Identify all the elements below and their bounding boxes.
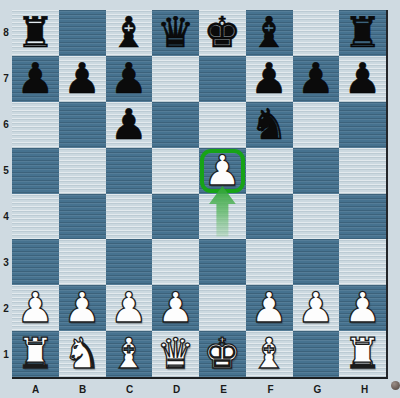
square-h1[interactable]: ♜ [339, 331, 386, 377]
square-c8[interactable]: ♝ [106, 10, 153, 56]
square-g2[interactable]: ♟ [293, 285, 340, 331]
square-a2[interactable]: ♟ [12, 285, 59, 331]
square-a4[interactable] [12, 194, 59, 240]
black-queen-d8[interactable]: ♛ [157, 12, 195, 54]
file-label-d: D [153, 381, 200, 397]
square-c7[interactable]: ♟ [106, 56, 153, 102]
square-d1[interactable]: ♛ [152, 331, 199, 377]
white-pawn-a2[interactable]: ♟ [17, 287, 55, 329]
square-a8[interactable]: ♜ [12, 10, 59, 56]
rank-labels: 87654321 [0, 10, 12, 377]
square-f2[interactable]: ♟ [246, 285, 293, 331]
square-c5[interactable] [106, 148, 153, 194]
square-c2[interactable]: ♟ [106, 285, 153, 331]
black-pawn-b7[interactable]: ♟ [63, 58, 101, 100]
square-b4[interactable] [59, 194, 106, 240]
square-e2[interactable] [199, 285, 246, 331]
white-pawn-d2[interactable]: ♟ [157, 287, 195, 329]
square-b1[interactable]: ♞ [59, 331, 106, 377]
square-e7[interactable] [199, 56, 246, 102]
square-e5[interactable]: ♟ [199, 148, 246, 194]
square-b3[interactable] [59, 239, 106, 285]
square-d8[interactable]: ♛ [152, 10, 199, 56]
square-h7[interactable]: ♟ [339, 56, 386, 102]
rank-label-6: 6 [0, 102, 12, 148]
chess-board: ♜♝♛♚♝♜♟♟♟♟♟♟♟♞♟♟♟♟♟♟♟♟♜♞♝♛♚♝♜ [12, 10, 388, 379]
square-b7[interactable]: ♟ [59, 56, 106, 102]
rank-label-7: 7 [0, 56, 12, 102]
square-e4[interactable] [199, 194, 246, 240]
white-rook-a1[interactable]: ♜ [17, 333, 55, 375]
square-c1[interactable]: ♝ [106, 331, 153, 377]
square-h5[interactable] [339, 148, 386, 194]
square-h8[interactable]: ♜ [339, 10, 386, 56]
square-f1[interactable]: ♝ [246, 331, 293, 377]
white-queen-d1[interactable]: ♛ [157, 333, 195, 375]
square-c6[interactable]: ♟ [106, 102, 153, 148]
white-pawn-b2[interactable]: ♟ [63, 287, 101, 329]
white-bishop-c1[interactable]: ♝ [110, 333, 148, 375]
black-rook-a8[interactable]: ♜ [17, 12, 55, 54]
square-a1[interactable]: ♜ [12, 331, 59, 377]
black-pawn-a7[interactable]: ♟ [17, 58, 55, 100]
board-corner-handle[interactable] [391, 381, 400, 390]
square-e8[interactable]: ♚ [199, 10, 246, 56]
square-g8[interactable] [293, 10, 340, 56]
black-knight-f6[interactable]: ♞ [250, 104, 288, 146]
file-labels: ABCDEFGH [12, 381, 388, 397]
square-d6[interactable] [152, 102, 199, 148]
black-pawn-h7[interactable]: ♟ [344, 58, 382, 100]
square-d4[interactable] [152, 194, 199, 240]
black-bishop-f8[interactable]: ♝ [250, 12, 288, 54]
square-d2[interactable]: ♟ [152, 285, 199, 331]
square-f6[interactable]: ♞ [246, 102, 293, 148]
square-a5[interactable] [12, 148, 59, 194]
square-e3[interactable] [199, 239, 246, 285]
file-label-c: C [106, 381, 153, 397]
square-g1[interactable] [293, 331, 340, 377]
white-king-e1[interactable]: ♚ [204, 333, 242, 375]
square-f8[interactable]: ♝ [246, 10, 293, 56]
white-pawn-e5[interactable]: ♟ [204, 150, 242, 192]
white-bishop-f1[interactable]: ♝ [250, 333, 288, 375]
square-c4[interactable] [106, 194, 153, 240]
rank-label-3: 3 [0, 239, 12, 285]
file-label-f: F [247, 381, 294, 397]
black-rook-h8[interactable]: ♜ [344, 12, 382, 54]
square-b6[interactable] [59, 102, 106, 148]
file-label-g: G [294, 381, 341, 397]
white-pawn-h2[interactable]: ♟ [344, 287, 382, 329]
square-c3[interactable] [106, 239, 153, 285]
square-g6[interactable] [293, 102, 340, 148]
square-b8[interactable] [59, 10, 106, 56]
black-pawn-f7[interactable]: ♟ [250, 58, 288, 100]
white-pawn-g2[interactable]: ♟ [297, 287, 335, 329]
square-g7[interactable]: ♟ [293, 56, 340, 102]
square-h3[interactable] [339, 239, 386, 285]
square-h2[interactable]: ♟ [339, 285, 386, 331]
rank-label-5: 5 [0, 148, 12, 194]
black-king-e8[interactable]: ♚ [204, 12, 242, 54]
square-h4[interactable] [339, 194, 386, 240]
file-label-a: A [12, 381, 59, 397]
rank-label-4: 4 [0, 194, 12, 240]
black-pawn-c6[interactable]: ♟ [110, 104, 148, 146]
rank-label-8: 8 [0, 10, 12, 56]
file-label-b: B [59, 381, 106, 397]
file-label-h: H [341, 381, 388, 397]
square-b5[interactable] [59, 148, 106, 194]
square-f5[interactable] [246, 148, 293, 194]
square-a6[interactable] [12, 102, 59, 148]
square-e6[interactable] [199, 102, 246, 148]
rank-label-1: 1 [0, 331, 12, 377]
black-bishop-c8[interactable]: ♝ [110, 12, 148, 54]
square-a7[interactable]: ♟ [12, 56, 59, 102]
square-d7[interactable] [152, 56, 199, 102]
square-a3[interactable] [12, 239, 59, 285]
square-d5[interactable] [152, 148, 199, 194]
rank-label-2: 2 [0, 285, 12, 331]
square-f4[interactable] [246, 194, 293, 240]
square-g4[interactable] [293, 194, 340, 240]
white-knight-b1[interactable]: ♞ [63, 333, 101, 375]
square-d3[interactable] [152, 239, 199, 285]
white-rook-h1[interactable]: ♜ [344, 333, 382, 375]
square-g5[interactable] [293, 148, 340, 194]
square-g3[interactable] [293, 239, 340, 285]
square-h6[interactable] [339, 102, 386, 148]
square-f7[interactable]: ♟ [246, 56, 293, 102]
file-label-e: E [200, 381, 247, 397]
black-pawn-c7[interactable]: ♟ [110, 58, 148, 100]
square-e1[interactable]: ♚ [199, 331, 246, 377]
white-pawn-f2[interactable]: ♟ [250, 287, 288, 329]
white-pawn-c2[interactable]: ♟ [110, 287, 148, 329]
square-f3[interactable] [246, 239, 293, 285]
square-b2[interactable]: ♟ [59, 285, 106, 331]
black-pawn-g7[interactable]: ♟ [297, 58, 335, 100]
